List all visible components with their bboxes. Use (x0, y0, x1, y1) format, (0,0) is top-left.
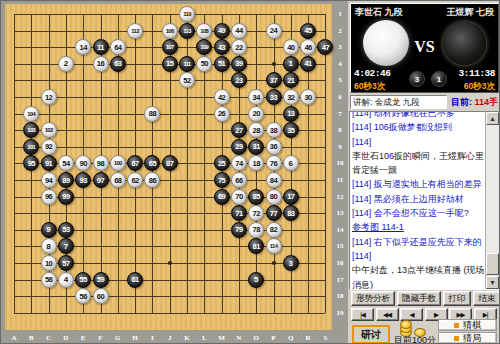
stone-white-84: 84 (266, 172, 282, 188)
stone-black-55: 55 (75, 272, 91, 288)
stone-white-102: 102 (41, 122, 57, 138)
star-point (272, 62, 276, 66)
row-label: 7 (338, 110, 342, 118)
stone-white-76: 76 (266, 155, 282, 171)
stone-white-62: 62 (127, 172, 143, 188)
stone-black-27: 27 (231, 122, 247, 138)
stone-white-30: 30 (300, 89, 316, 105)
stone-white-68: 68 (110, 172, 126, 188)
stone-white-20: 20 (248, 106, 264, 122)
row-label: 2 (338, 27, 342, 35)
chat-line: [114] 扳与退实地上有相当的差异 (352, 177, 484, 191)
stone-black-63: 63 (110, 56, 126, 72)
stone-white-42: 42 (214, 89, 230, 105)
reference-diagram-link[interactable]: 参考图 114-1 (352, 220, 484, 234)
col-label: G (115, 334, 120, 342)
stone-black-45: 45 (300, 23, 316, 39)
row-label: 18 (337, 292, 344, 300)
stone-black-3: 3 (283, 255, 299, 271)
commentary-feed: [114] 劫材好像现在已不多[114] 106扳做梦都没想到[114]李世石1… (349, 111, 500, 290)
stone-white-2: 2 (58, 56, 74, 72)
commentary-lines: [114] 劫材好像现在已不多[114] 106扳做梦都没想到[114]李世石1… (352, 111, 484, 290)
stone-black-53: 53 (58, 222, 74, 238)
row-label: 9 (338, 143, 342, 151)
chat-line: [114] (352, 135, 484, 149)
black-stone-image (443, 22, 486, 65)
chat-line: 消息) (352, 278, 484, 290)
col-label: B (29, 334, 34, 342)
stone-black-75: 75 (214, 172, 230, 188)
stone-white-58: 58 (41, 272, 57, 288)
row-label: 13 (337, 209, 344, 217)
stone-white-38: 38 (266, 122, 282, 138)
stone-white-24: 24 (266, 23, 282, 39)
stone-white-80: 80 (266, 189, 282, 205)
col-label: O (253, 334, 258, 342)
current-move-indicator: 目前: 114手 (451, 96, 498, 109)
black-captures-badge: 1 (431, 71, 447, 87)
chat-line: [114] 劫材好像现在已不多 (352, 111, 484, 120)
white-clock: 4:02:46 (354, 68, 390, 79)
stone-white-94: 94 (41, 172, 57, 188)
grid-line (325, 14, 326, 313)
hide-move-numbers-button[interactable]: 隐藏手数 (397, 291, 441, 306)
scroll-down-button[interactable]: ▼ (486, 276, 499, 289)
commentator-row: 讲解: 金成龙 九段 目前: 114手 (350, 95, 499, 110)
step-back-button[interactable]: ◀ (400, 308, 423, 321)
col-label: S (323, 334, 327, 342)
stone-white-60: 60 (93, 288, 109, 304)
grid-line (14, 296, 325, 297)
col-label: R (306, 334, 311, 342)
col-label: C (46, 334, 51, 342)
stone-white-106: 106 (162, 23, 178, 39)
col-label: N (236, 334, 241, 342)
stone-white-114: 114 (266, 238, 282, 254)
stone-black-113: 113 (179, 23, 195, 39)
stone-white-32: 32 (283, 89, 299, 105)
player-info-box: 李世石 九段 王煜辉 七段 VS 4:02:46 3:11:38 3 1 60秒… (350, 3, 499, 93)
stone-black-31: 31 (248, 139, 264, 155)
stone-black-79: 79 (231, 222, 247, 238)
chat-line: 肯定猛一颤 (352, 163, 484, 177)
stone-white-66: 66 (231, 172, 247, 188)
stone-black-35: 35 (283, 122, 299, 138)
black-byoyomi: 60秒3次 (464, 81, 495, 93)
black-clock: 3:11:38 (459, 68, 495, 79)
stone-white-64: 64 (110, 39, 126, 55)
row-label: 19 (337, 309, 344, 317)
col-label: K (184, 334, 189, 342)
row-label: 12 (337, 193, 344, 201)
stone-white-36: 36 (266, 139, 282, 155)
stone-black-101: 101 (23, 139, 39, 155)
stone-black-57: 57 (58, 255, 74, 271)
stone-black-49: 49 (214, 23, 230, 39)
stone-black-99: 99 (58, 189, 74, 205)
stone-black-25: 25 (214, 155, 230, 171)
col-label: Q (288, 334, 293, 342)
row-label: 14 (337, 226, 344, 234)
stone-black-11: 11 (93, 39, 109, 55)
analysis-button[interactable]: 形势分析 (351, 291, 395, 306)
stone-white-22: 22 (231, 39, 247, 55)
chat-line: 中午封盘，13点半继续直播 (现场 (352, 263, 484, 277)
stone-black-33: 33 (266, 89, 282, 105)
stone-black-69: 69 (214, 189, 230, 205)
col-label: I (151, 334, 154, 342)
points-label: 目前100分 (394, 334, 436, 344)
stone-white-78: 78 (248, 222, 264, 238)
row-label: 3 (338, 43, 342, 51)
guess-move-button[interactable]: 猜棋 (438, 319, 497, 331)
fast-back-button[interactable]: ◀◀ (376, 308, 399, 321)
stone-white-112: 112 (127, 23, 143, 39)
row-label: 10 (337, 159, 344, 167)
black-player-name: 王煜辉 七段 (446, 6, 494, 19)
stone-black-43: 43 (214, 39, 230, 55)
star-point (168, 261, 172, 265)
column-coordinate-strip (1, 330, 348, 344)
stone-black-83: 83 (283, 205, 299, 221)
stone-black-91: 91 (41, 155, 57, 171)
white-byoyomi: 60秒3次 (354, 81, 385, 93)
scrollbar-thumb[interactable] (486, 253, 499, 275)
chat-line: [114] 106扳做梦都没想到 (352, 120, 484, 134)
row-label: 16 (337, 259, 344, 267)
stone-white-12: 12 (41, 89, 57, 105)
stone-black-59: 59 (93, 272, 109, 288)
stone-black-5: 5 (248, 272, 264, 288)
chat-line: [114] 黑必须在上边用好劫材 (352, 192, 484, 206)
chat-line: [114] 右下似乎还是应先应下来的 (352, 235, 484, 249)
stone-white-26: 26 (214, 106, 230, 122)
stone-black-51: 51 (214, 56, 230, 72)
guess-game-button[interactable]: 猜局 (438, 332, 497, 344)
white-player-name: 李世石 九段 (355, 6, 403, 19)
stone-black-15: 15 (162, 56, 178, 72)
stone-white-82: 82 (266, 222, 282, 238)
stone-black-89: 89 (58, 172, 74, 188)
scroll-up-button[interactable]: ▲ (486, 112, 499, 125)
stone-white-10: 10 (41, 255, 57, 271)
stone-white-16: 16 (93, 56, 109, 72)
stone-black-111: 111 (179, 56, 195, 72)
stone-white-4: 4 (58, 272, 74, 288)
stone-black-29: 29 (231, 139, 247, 155)
row-label: 15 (337, 242, 344, 250)
stone-white-50: 50 (196, 56, 212, 72)
row-label: 17 (337, 276, 344, 284)
stone-black-85: 85 (248, 189, 264, 205)
stone-black-41: 41 (300, 56, 316, 72)
chat-line: [114] (352, 249, 484, 263)
grid-line (14, 313, 325, 314)
stone-white-98: 98 (93, 155, 109, 171)
col-label: H (132, 334, 137, 342)
row-label: 1 (338, 10, 342, 18)
row-label: 8 (338, 126, 342, 134)
end-button[interactable]: 结束 (473, 291, 500, 306)
col-label: J (168, 334, 172, 342)
chat-line: [114] 会不会想不应这一手呢? (352, 206, 484, 220)
print-button[interactable]: 打印 (443, 291, 471, 306)
stone-black-17: 17 (283, 189, 299, 205)
row-label: 11 (337, 176, 344, 184)
stone-black-77: 77 (266, 205, 282, 221)
stone-black-13: 13 (283, 106, 299, 122)
go-first-button[interactable]: |◀ (351, 308, 374, 321)
star-point (272, 261, 276, 265)
stone-black-71: 71 (231, 205, 247, 221)
col-label: A (11, 334, 16, 342)
col-label: E (81, 334, 86, 342)
current-move-label: 目前: (451, 97, 472, 107)
col-label: F (98, 334, 102, 342)
stone-white-104: 104 (23, 106, 39, 122)
scrollbar[interactable]: ▲ ▼ (485, 112, 499, 289)
discuss-button[interactable]: 研讨 (352, 325, 390, 344)
side-panel: 李世石 九段 王煜辉 七段 VS 4:02:46 3:11:38 3 1 60秒… (348, 1, 500, 344)
stone-white-40: 40 (283, 39, 299, 55)
go-broadcast-window: ABCDEFGHIJKLMNOPQRS123456789101112131415… (0, 0, 500, 344)
stone-white-92: 92 (41, 139, 57, 155)
col-label: P (271, 334, 275, 342)
chat-line: 李世石106扳的瞬间，王煜辉心里 (352, 149, 484, 163)
stone-white-108: 108 (196, 23, 212, 39)
white-captures-badge: 3 (409, 71, 425, 87)
stone-white-96: 96 (41, 189, 57, 205)
row-label: 6 (338, 93, 342, 101)
commentator-field: 讲解: 金成龙 九段 (350, 95, 447, 109)
stone-black-1: 1 (283, 56, 299, 72)
stone-black-37: 37 (266, 72, 282, 88)
stone-white-110: 110 (179, 6, 195, 22)
stone-black-61: 61 (127, 272, 143, 288)
stone-black-97: 97 (93, 172, 109, 188)
board-area: ABCDEFGHIJKLMNOPQRS123456789101112131415… (1, 1, 348, 344)
stone-black-107: 107 (162, 39, 178, 55)
stone-white-44: 44 (231, 23, 247, 39)
stone-black-39: 39 (231, 56, 247, 72)
stone-white-88: 88 (144, 106, 160, 122)
stone-black-9: 9 (41, 222, 57, 238)
stone-black-87: 87 (162, 155, 178, 171)
stone-white-70: 70 (231, 189, 247, 205)
col-label: L (202, 334, 207, 342)
stone-white-8: 8 (41, 238, 57, 254)
row-label: 5 (338, 76, 342, 84)
col-label: M (218, 334, 225, 342)
current-move-value: 114手 (474, 97, 498, 107)
row-label: 4 (338, 60, 342, 68)
col-label: D (63, 334, 68, 342)
